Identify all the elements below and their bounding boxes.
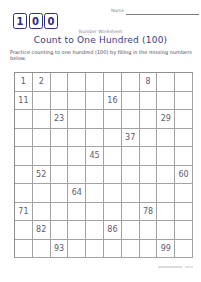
worksheet-100-logo: 1 0 0 bbox=[13, 13, 58, 29]
grid-cell-filled: 78 bbox=[140, 203, 158, 222]
grid-cell-filled: 86 bbox=[104, 221, 122, 240]
grid-cell-blank[interactable] bbox=[104, 240, 122, 259]
grid-cell-blank[interactable] bbox=[157, 184, 175, 203]
grid-cell-blank[interactable] bbox=[86, 240, 104, 259]
grid-cell-blank[interactable] bbox=[86, 221, 104, 240]
instructions-text: Practice counting to one hundred (100) b… bbox=[10, 49, 192, 61]
grid-cell-blank[interactable] bbox=[86, 184, 104, 203]
grid-cell-filled: 99 bbox=[157, 240, 175, 259]
grid-cell-filled: 8 bbox=[140, 73, 158, 92]
grid-cell-blank[interactable] bbox=[157, 129, 175, 148]
grid-cell-blank[interactable] bbox=[175, 147, 193, 166]
grid-cell-blank[interactable] bbox=[51, 203, 69, 222]
grid-cell-filled: 93 bbox=[51, 240, 69, 259]
logo-digit: 0 bbox=[44, 13, 58, 29]
grid-cell-blank[interactable] bbox=[140, 129, 158, 148]
worksheet-subtitle: Number Worksheet bbox=[0, 29, 201, 34]
grid-cell-blank[interactable] bbox=[122, 240, 140, 259]
grid-cell-blank[interactable] bbox=[140, 92, 158, 111]
grid-cell-blank[interactable] bbox=[68, 166, 86, 185]
grid-cell-blank[interactable] bbox=[175, 73, 193, 92]
grid-cell-blank[interactable] bbox=[33, 147, 51, 166]
grid-cell-blank[interactable] bbox=[33, 184, 51, 203]
hundred-chart-grid: 128111623293745526064717882869399 bbox=[14, 72, 193, 258]
grid-cell-blank[interactable] bbox=[68, 129, 86, 148]
grid-cell-blank[interactable] bbox=[33, 240, 51, 259]
grid-cell-blank[interactable] bbox=[15, 147, 33, 166]
footer-watermark-bar bbox=[185, 266, 193, 268]
grid-cell-blank[interactable] bbox=[157, 203, 175, 222]
grid-cell-filled: 29 bbox=[157, 110, 175, 129]
grid-cell-blank[interactable] bbox=[104, 147, 122, 166]
grid-cell-blank[interactable] bbox=[68, 110, 86, 129]
grid-cell-blank[interactable] bbox=[68, 240, 86, 259]
grid-cell-blank[interactable] bbox=[104, 203, 122, 222]
logo-digit: 0 bbox=[29, 13, 43, 29]
grid-cell-blank[interactable] bbox=[68, 92, 86, 111]
grid-cell-blank[interactable] bbox=[51, 166, 69, 185]
grid-cell-blank[interactable] bbox=[15, 184, 33, 203]
grid-cell-filled: 37 bbox=[122, 129, 140, 148]
grid-cell-blank[interactable] bbox=[175, 184, 193, 203]
footer-watermark bbox=[158, 266, 193, 268]
grid-cell-blank[interactable] bbox=[140, 240, 158, 259]
grid-cell-blank[interactable] bbox=[15, 240, 33, 259]
grid-cell-blank[interactable] bbox=[175, 221, 193, 240]
grid-cell-filled: 82 bbox=[33, 221, 51, 240]
grid-cell-blank[interactable] bbox=[175, 110, 193, 129]
grid-cell-blank[interactable] bbox=[15, 221, 33, 240]
grid-cell-blank[interactable] bbox=[15, 110, 33, 129]
grid-cell-blank[interactable] bbox=[157, 147, 175, 166]
grid-cell-blank[interactable] bbox=[51, 92, 69, 111]
grid-cell-blank[interactable] bbox=[140, 166, 158, 185]
grid-cell-blank[interactable] bbox=[122, 92, 140, 111]
grid-cell-filled: 2 bbox=[33, 73, 51, 92]
grid-cell-blank[interactable] bbox=[51, 184, 69, 203]
grid-cell-blank[interactable] bbox=[175, 240, 193, 259]
grid-cell-blank[interactable] bbox=[157, 92, 175, 111]
grid-cell-blank[interactable] bbox=[68, 221, 86, 240]
grid-cell-filled: 1 bbox=[15, 73, 33, 92]
grid-cell-blank[interactable] bbox=[122, 73, 140, 92]
grid-cell-blank[interactable] bbox=[86, 92, 104, 111]
grid-cell-blank[interactable] bbox=[104, 166, 122, 185]
grid-cell-filled: 16 bbox=[104, 92, 122, 111]
grid-cell-blank[interactable] bbox=[68, 203, 86, 222]
grid-cell-blank[interactable] bbox=[68, 73, 86, 92]
grid-cell-blank[interactable] bbox=[51, 129, 69, 148]
grid-cell-blank[interactable] bbox=[86, 110, 104, 129]
grid-cell-filled: 23 bbox=[51, 110, 69, 129]
grid-cell-blank[interactable] bbox=[33, 129, 51, 148]
grid-cell-blank[interactable] bbox=[51, 73, 69, 92]
grid-cell-blank[interactable] bbox=[104, 110, 122, 129]
grid-cell-blank[interactable] bbox=[122, 147, 140, 166]
grid-cell-filled: 60 bbox=[175, 166, 193, 185]
grid-cell-blank[interactable] bbox=[122, 221, 140, 240]
grid-cell-blank[interactable] bbox=[33, 92, 51, 111]
grid-cell-blank[interactable] bbox=[140, 147, 158, 166]
grid-cell-filled: 71 bbox=[15, 203, 33, 222]
grid-cell-blank[interactable] bbox=[33, 203, 51, 222]
grid-cell-blank[interactable] bbox=[175, 92, 193, 111]
grid-cell-filled: 64 bbox=[68, 184, 86, 203]
grid-cell-blank[interactable] bbox=[122, 203, 140, 222]
grid-cell-blank[interactable] bbox=[122, 110, 140, 129]
grid-cell-blank[interactable] bbox=[175, 203, 193, 222]
grid-cell-blank[interactable] bbox=[33, 110, 51, 129]
grid-cell-blank[interactable] bbox=[140, 184, 158, 203]
grid-cell-blank[interactable] bbox=[157, 166, 175, 185]
grid-cell-filled: 11 bbox=[15, 92, 33, 111]
grid-cell-blank[interactable] bbox=[86, 203, 104, 222]
grid-cell-blank[interactable] bbox=[104, 184, 122, 203]
grid-cell-blank[interactable] bbox=[140, 221, 158, 240]
grid-cell-blank[interactable] bbox=[51, 147, 69, 166]
grid-cell-blank[interactable] bbox=[104, 73, 122, 92]
name-input-line[interactable] bbox=[126, 6, 199, 15]
grid-cell-blank[interactable] bbox=[122, 166, 140, 185]
grid-cell-blank[interactable] bbox=[15, 166, 33, 185]
footer-watermark-bar bbox=[158, 266, 182, 268]
grid-cell-blank[interactable] bbox=[157, 221, 175, 240]
grid-cell-blank[interactable] bbox=[68, 147, 86, 166]
logo-digit: 1 bbox=[13, 13, 27, 29]
grid-cell-blank[interactable] bbox=[86, 129, 104, 148]
grid-cell-blank[interactable] bbox=[157, 73, 175, 92]
grid-cell-blank[interactable] bbox=[86, 166, 104, 185]
grid-cell-blank[interactable] bbox=[122, 184, 140, 203]
name-label: Name bbox=[111, 7, 124, 15]
grid-cell-blank[interactable] bbox=[86, 73, 104, 92]
grid-cell-filled: 45 bbox=[86, 147, 104, 166]
grid-cell-blank[interactable] bbox=[175, 129, 193, 148]
grid-cell-blank[interactable] bbox=[15, 129, 33, 148]
grid-cell-blank[interactable] bbox=[51, 221, 69, 240]
grid-cell-blank[interactable] bbox=[140, 110, 158, 129]
name-field: Name bbox=[111, 6, 199, 15]
page-title: Count to One Hundred (100) bbox=[0, 35, 201, 45]
grid-cell-filled: 52 bbox=[33, 166, 51, 185]
grid-cell-blank[interactable] bbox=[104, 129, 122, 148]
